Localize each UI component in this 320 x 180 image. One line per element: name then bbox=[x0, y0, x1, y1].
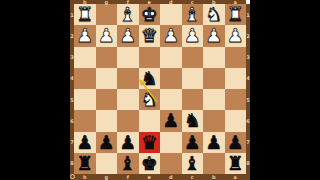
rank-label: 4 bbox=[246, 68, 250, 89]
black-pawn[interactable]: ♟ bbox=[162, 111, 179, 130]
square-b2[interactable]: ♟ bbox=[203, 25, 225, 46]
square-g6[interactable] bbox=[96, 110, 118, 131]
rank-label: 5 bbox=[246, 89, 250, 110]
square-c7[interactable]: ♟ bbox=[182, 132, 204, 153]
corner-circle-icon bbox=[70, 174, 75, 179]
square-f2[interactable]: ♟ bbox=[117, 25, 139, 46]
black-pawn[interactable]: ♟ bbox=[76, 133, 93, 152]
black-queen[interactable]: ♛ bbox=[141, 133, 158, 152]
square-c8[interactable]: ♝ bbox=[182, 153, 204, 174]
black-rook[interactable]: ♜ bbox=[76, 154, 93, 173]
file-label: e bbox=[139, 174, 161, 180]
square-h3[interactable] bbox=[74, 47, 96, 68]
square-a2[interactable]: ♟ bbox=[225, 25, 247, 46]
square-c2[interactable]: ♟ bbox=[182, 25, 204, 46]
black-pawn[interactable]: ♟ bbox=[184, 133, 201, 152]
black-knight[interactable]: ♞ bbox=[184, 111, 201, 130]
square-c5[interactable] bbox=[182, 89, 204, 110]
white-knight[interactable]: ♞ bbox=[205, 5, 222, 24]
file-label: h bbox=[74, 0, 96, 4]
square-f5[interactable] bbox=[117, 89, 139, 110]
square-c3[interactable] bbox=[182, 47, 204, 68]
square-f1[interactable]: ♝ bbox=[117, 4, 139, 25]
white-pawn[interactable]: ♟ bbox=[205, 26, 222, 45]
square-a6[interactable] bbox=[225, 110, 247, 131]
white-queen[interactable]: ♛ bbox=[141, 26, 158, 45]
square-b4[interactable] bbox=[203, 68, 225, 89]
square-h8[interactable]: ♜ bbox=[74, 153, 96, 174]
rank-label: 3 bbox=[70, 47, 74, 68]
square-d8[interactable] bbox=[160, 153, 182, 174]
square-g2[interactable]: ♟ bbox=[96, 25, 118, 46]
chess-board-frame: hgfedcba hgfedcba 12345678 12345678 ♜♝♚♝… bbox=[70, 0, 250, 180]
square-a5[interactable] bbox=[225, 89, 247, 110]
black-knight[interactable]: ♞ bbox=[141, 69, 158, 88]
square-g1[interactable] bbox=[96, 4, 118, 25]
square-h6[interactable] bbox=[74, 110, 96, 131]
rank-label: 1 bbox=[246, 4, 250, 25]
black-bishop[interactable]: ♝ bbox=[119, 154, 136, 173]
square-d1[interactable] bbox=[160, 4, 182, 25]
file-label: d bbox=[160, 174, 182, 180]
square-a4[interactable] bbox=[225, 68, 247, 89]
white-bishop[interactable]: ♝ bbox=[119, 5, 136, 24]
file-label: g bbox=[96, 0, 118, 4]
white-pawn[interactable]: ♟ bbox=[227, 26, 244, 45]
rank-label: 7 bbox=[70, 132, 74, 153]
square-g7[interactable]: ♟ bbox=[96, 132, 118, 153]
file-label: c bbox=[182, 174, 204, 180]
rank-label: 4 bbox=[70, 68, 74, 89]
black-pawn[interactable]: ♟ bbox=[227, 133, 244, 152]
square-d7[interactable] bbox=[160, 132, 182, 153]
file-label: h bbox=[74, 174, 96, 180]
square-f7[interactable]: ♟ bbox=[117, 132, 139, 153]
square-h4[interactable] bbox=[74, 68, 96, 89]
square-f6[interactable] bbox=[117, 110, 139, 131]
square-g4[interactable] bbox=[96, 68, 118, 89]
white-king[interactable]: ♚ bbox=[141, 5, 158, 24]
white-rook[interactable]: ♜ bbox=[76, 5, 93, 24]
square-h7[interactable]: ♟ bbox=[74, 132, 96, 153]
square-f4[interactable] bbox=[117, 68, 139, 89]
rank-labels-right: 12345678 bbox=[246, 4, 250, 174]
file-label: d bbox=[160, 0, 182, 4]
black-pawn[interactable]: ♟ bbox=[119, 133, 136, 152]
video-frame: hgfedcba hgfedcba 12345678 12345678 ♜♝♚♝… bbox=[0, 0, 320, 180]
rank-label: 7 bbox=[246, 132, 250, 153]
white-bishop[interactable]: ♝ bbox=[184, 5, 201, 24]
white-pawn[interactable]: ♟ bbox=[184, 26, 201, 45]
square-h5[interactable] bbox=[74, 89, 96, 110]
square-b5[interactable] bbox=[203, 89, 225, 110]
square-e6[interactable] bbox=[139, 110, 161, 131]
file-label: b bbox=[203, 0, 225, 4]
file-labels-top: hgfedcba bbox=[74, 0, 246, 4]
file-label: a bbox=[225, 0, 247, 4]
square-h1[interactable]: ♜ bbox=[74, 4, 96, 25]
black-bishop[interactable]: ♝ bbox=[184, 154, 201, 173]
rank-label: 3 bbox=[246, 47, 250, 68]
square-e3[interactable] bbox=[139, 47, 161, 68]
square-c1[interactable]: ♝ bbox=[182, 4, 204, 25]
white-rook[interactable]: ♜ bbox=[227, 5, 244, 24]
black-king[interactable]: ♚ bbox=[141, 154, 158, 173]
file-label: f bbox=[117, 0, 139, 4]
square-b3[interactable] bbox=[203, 47, 225, 68]
square-e8[interactable]: ♚ bbox=[139, 153, 161, 174]
black-pawn[interactable]: ♟ bbox=[98, 133, 115, 152]
corner-square-icon bbox=[246, 0, 250, 4]
white-pawn[interactable]: ♟ bbox=[98, 26, 115, 45]
file-label: g bbox=[96, 174, 118, 180]
square-a3[interactable] bbox=[225, 47, 247, 68]
square-a7[interactable]: ♟ bbox=[225, 132, 247, 153]
square-a8[interactable]: ♜ bbox=[225, 153, 247, 174]
square-d6[interactable]: ♟ bbox=[160, 110, 182, 131]
chess-board[interactable]: ♜♝♚♝♞♜♟♟♟♛♟♟♟♟♞♞♟♞♟♟♟♛♟♟♟♜♝♚♝♜ bbox=[74, 4, 246, 174]
square-g8[interactable] bbox=[96, 153, 118, 174]
white-pawn[interactable]: ♟ bbox=[162, 26, 179, 45]
square-e1[interactable]: ♚ bbox=[139, 4, 161, 25]
rank-label: 2 bbox=[70, 25, 74, 46]
file-label: f bbox=[117, 174, 139, 180]
file-label: b bbox=[203, 174, 225, 180]
square-e4[interactable]: ♞ bbox=[139, 68, 161, 89]
rank-label: 2 bbox=[246, 25, 250, 46]
square-f8[interactable]: ♝ bbox=[117, 153, 139, 174]
square-c6[interactable]: ♞ bbox=[182, 110, 204, 131]
square-d5[interactable] bbox=[160, 89, 182, 110]
square-g3[interactable] bbox=[96, 47, 118, 68]
rank-label: 6 bbox=[246, 110, 250, 131]
rank-label: 6 bbox=[70, 110, 74, 131]
square-c4[interactable] bbox=[182, 68, 204, 89]
white-pawn[interactable]: ♟ bbox=[76, 26, 93, 45]
square-d2[interactable]: ♟ bbox=[160, 25, 182, 46]
square-b8[interactable] bbox=[203, 153, 225, 174]
black-pawn[interactable]: ♟ bbox=[205, 133, 222, 152]
square-e5[interactable]: ♞ bbox=[139, 89, 161, 110]
square-b1[interactable]: ♞ bbox=[203, 4, 225, 25]
white-pawn[interactable]: ♟ bbox=[119, 26, 136, 45]
rank-label: 8 bbox=[70, 153, 74, 174]
rank-label: 1 bbox=[70, 4, 74, 25]
rank-labels-left: 12345678 bbox=[70, 4, 74, 174]
file-label: a bbox=[225, 174, 247, 180]
file-labels-bottom: hgfedcba bbox=[74, 174, 246, 180]
file-label: e bbox=[139, 0, 161, 4]
square-d3[interactable] bbox=[160, 47, 182, 68]
rank-label: 5 bbox=[70, 89, 74, 110]
file-label: c bbox=[182, 0, 204, 4]
square-b6[interactable] bbox=[203, 110, 225, 131]
square-d4[interactable] bbox=[160, 68, 182, 89]
square-f3[interactable] bbox=[117, 47, 139, 68]
white-knight[interactable]: ♞ bbox=[141, 90, 158, 109]
square-h2[interactable]: ♟ bbox=[74, 25, 96, 46]
square-b7[interactable]: ♟ bbox=[203, 132, 225, 153]
black-rook[interactable]: ♜ bbox=[227, 154, 244, 173]
square-e7[interactable]: ♛ bbox=[139, 132, 161, 153]
square-a1[interactable]: ♜ bbox=[225, 4, 247, 25]
square-g5[interactable] bbox=[96, 89, 118, 110]
square-e2[interactable]: ♛ bbox=[139, 25, 161, 46]
rank-label: 8 bbox=[246, 153, 250, 174]
